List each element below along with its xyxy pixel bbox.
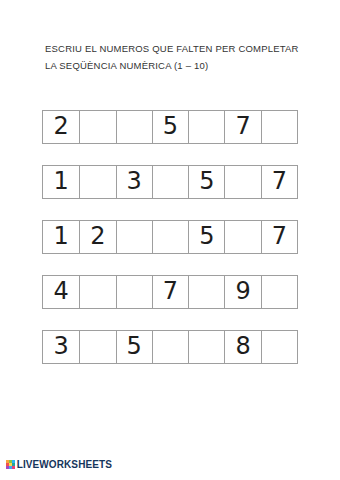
grid-cell-given: 5: [188, 166, 224, 198]
grid-cell-blank[interactable]: [152, 221, 188, 253]
grid-cell-blank[interactable]: [188, 276, 224, 308]
grid-cell-given: 7: [152, 276, 188, 308]
grid-cell-given: 8: [224, 331, 260, 363]
grid-cell-given: 1: [43, 221, 79, 253]
grid-cell-given: 5: [152, 111, 188, 143]
grid-cell-given: 7: [261, 221, 297, 253]
grid-cell-given: 3: [43, 331, 79, 363]
grid-cell-given: 7: [224, 111, 260, 143]
grid-cell-given: 3: [116, 166, 152, 198]
grid-cell-given: 9: [224, 276, 260, 308]
grid-cell-given: 5: [116, 331, 152, 363]
grid-cell-blank[interactable]: [261, 331, 297, 363]
grid-cell-blank[interactable]: [79, 111, 115, 143]
sequence-row-3: 1257: [42, 220, 298, 254]
grid-cell-blank[interactable]: [116, 276, 152, 308]
grid-cell-given: 5: [188, 221, 224, 253]
liveworksheets-logo-icon: [6, 460, 15, 469]
worksheet-title: ESCRIU EL NUMEROS QUE FALTEN PER COMPLET…: [45, 40, 315, 74]
worksheet-title-line1: ESCRIU EL NUMEROS QUE FALTEN PER COMPLET…: [45, 40, 315, 57]
grid-cell-blank[interactable]: [79, 331, 115, 363]
grid-cell-given: 2: [43, 111, 79, 143]
sequence-row-4: 479: [42, 275, 298, 309]
grid-cell-blank[interactable]: [152, 166, 188, 198]
grid-cell-given: 4: [43, 276, 79, 308]
grid-cell-blank[interactable]: [116, 111, 152, 143]
grid-cell-given: 1: [43, 166, 79, 198]
worksheet-title-line2: LA SEQÜÈNCIA NUMÈRICA (1 – 10): [45, 57, 315, 74]
grid-cell-given: 7: [261, 166, 297, 198]
sequence-row-5: 358: [42, 330, 298, 364]
grid-cell-blank[interactable]: [224, 221, 260, 253]
sequence-grid: 25713571257479358: [42, 110, 298, 364]
grid-cell-blank[interactable]: [261, 111, 297, 143]
grid-cell-given: 2: [79, 221, 115, 253]
grid-cell-blank[interactable]: [152, 331, 188, 363]
grid-cell-blank[interactable]: [188, 111, 224, 143]
grid-cell-blank[interactable]: [79, 166, 115, 198]
grid-cell-blank[interactable]: [79, 276, 115, 308]
brand-wordmark: LIVEWORKSHEETS: [17, 459, 112, 470]
grid-cell-blank[interactable]: [224, 166, 260, 198]
sequence-row-2: 1357: [42, 165, 298, 199]
footer: LIVEWORKSHEETS: [6, 459, 112, 470]
grid-cell-blank[interactable]: [188, 331, 224, 363]
worksheet-page: ESCRIU EL NUMEROS QUE FALTEN PER COMPLET…: [0, 0, 340, 480]
grid-cell-blank[interactable]: [261, 276, 297, 308]
grid-cell-blank[interactable]: [116, 221, 152, 253]
sequence-row-1: 257: [42, 110, 298, 144]
